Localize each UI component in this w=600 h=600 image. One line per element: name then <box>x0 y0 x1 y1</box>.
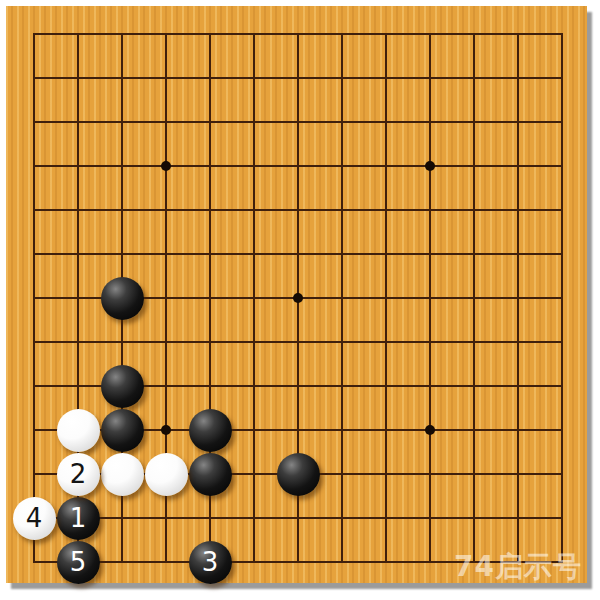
star-point <box>425 425 435 435</box>
board-point-ej[interactable] <box>188 408 232 452</box>
black-stone[interactable] <box>277 453 320 496</box>
board-point-dd[interactable] <box>144 144 188 188</box>
star-point <box>293 293 303 303</box>
board-point-ci[interactable] <box>100 364 144 408</box>
board-point-jj[interactable] <box>408 408 452 452</box>
board-point-dk[interactable] <box>144 452 188 496</box>
black-stone[interactable]: 5 <box>57 541 100 584</box>
move-number-label: 4 <box>26 505 43 531</box>
star-point <box>161 425 171 435</box>
board-point-al[interactable]: 4 <box>12 496 56 540</box>
white-stone[interactable]: 4 <box>13 497 56 540</box>
black-stone[interactable] <box>189 409 232 452</box>
white-stone[interactable] <box>57 409 100 452</box>
board-point-bl[interactable]: 1 <box>56 496 100 540</box>
board-point-bk[interactable]: 2 <box>56 452 100 496</box>
board-point-cg[interactable] <box>100 276 144 320</box>
black-stone[interactable] <box>101 277 144 320</box>
board-point-dj[interactable] <box>144 408 188 452</box>
move-number-label: 2 <box>70 461 87 487</box>
board-point-jd[interactable] <box>408 144 452 188</box>
board-point-em[interactable]: 3 <box>188 540 232 584</box>
move-number-label: 3 <box>202 549 219 575</box>
black-stone[interactable] <box>101 409 144 452</box>
white-stone[interactable]: 2 <box>57 453 100 496</box>
board-point-ek[interactable] <box>188 452 232 496</box>
black-stone[interactable] <box>189 453 232 496</box>
go-board[interactable]: 12345 <box>6 6 587 583</box>
board-point-ck[interactable] <box>100 452 144 496</box>
white-stone[interactable] <box>145 453 188 496</box>
board-point-gk[interactable] <box>276 452 320 496</box>
board-points[interactable]: 12345 <box>12 12 584 584</box>
move-number-label: 1 <box>70 505 87 531</box>
board-point-bm[interactable]: 5 <box>56 540 100 584</box>
black-stone[interactable]: 1 <box>57 497 100 540</box>
black-stone[interactable]: 3 <box>189 541 232 584</box>
board-point-bj[interactable] <box>56 408 100 452</box>
black-stone[interactable] <box>101 365 144 408</box>
board-point-gg[interactable] <box>276 276 320 320</box>
watermark: 74启示号 <box>454 548 582 586</box>
white-stone[interactable] <box>101 453 144 496</box>
star-point <box>161 161 171 171</box>
page-frame: 12345 74启示号 <box>0 0 600 600</box>
board-point-cj[interactable] <box>100 408 144 452</box>
star-point <box>425 161 435 171</box>
move-number-label: 5 <box>70 549 87 575</box>
